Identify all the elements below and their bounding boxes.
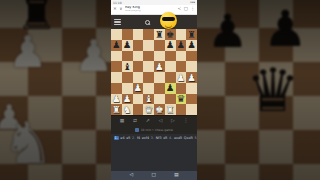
piece-black-pawn: ♟ (111, 40, 122, 51)
piece-white-pawn: ♟ (154, 61, 165, 72)
piece-white-rook: ♜ (111, 104, 122, 115)
square-h5[interactable] (186, 61, 197, 72)
square-f6[interactable] (165, 51, 176, 62)
piece-black-pawn: ♟ (186, 40, 197, 51)
square-e4[interactable] (154, 72, 165, 83)
square-a6[interactable] (111, 51, 122, 62)
move-token[interactable]: Qxd5 (184, 136, 193, 140)
chess-board[interactable]: ♜♚♜♟♟♟♟♟♝♟♟♟♟♟♟♟♝♛♜♞♛♚♜ (111, 29, 197, 115)
square-d7[interactable] (143, 40, 154, 51)
piece-white-pawn: ♟ (186, 72, 197, 83)
share-icon[interactable]: < (177, 7, 181, 12)
square-a2[interactable]: ♟ (111, 94, 122, 105)
square-c2[interactable] (133, 94, 144, 105)
phone-screen: 11:10 ▾▰▪ × ∨ Rey King Now playing < ▢ ⋮… (111, 0, 197, 180)
square-f2[interactable] (165, 94, 176, 105)
move-token[interactable]: Nf3 (156, 136, 162, 140)
emoji-smile (165, 24, 172, 28)
piece-white-queen: ♛ (143, 104, 154, 115)
piece-black-rook: ♜ (154, 29, 165, 40)
square-b8[interactable] (122, 29, 133, 40)
square-e2[interactable] (154, 94, 165, 105)
game-info-line: 10 min • chess game (111, 126, 197, 134)
piece-white-pawn: ♟ (176, 72, 187, 83)
search-icon[interactable] (145, 20, 150, 25)
square-c6[interactable] (133, 51, 144, 62)
square-g4[interactable]: ♟ (176, 72, 187, 83)
square-h3[interactable] (186, 83, 197, 94)
sunglasses-emoji-overlay (160, 12, 177, 29)
square-h6[interactable] (186, 51, 197, 62)
move-token[interactable]: 3. (151, 136, 154, 140)
piece-white-king: ♚ (154, 104, 165, 115)
square-h2[interactable] (186, 94, 197, 105)
square-a1[interactable]: ♜ (111, 104, 122, 115)
square-f3[interactable]: ♟ (165, 83, 176, 94)
board-toolbar-icon-2[interactable]: ↗ (146, 119, 150, 124)
square-f7[interactable]: ♟ (165, 40, 176, 51)
square-b2[interactable]: ♟ (122, 94, 133, 105)
square-e3[interactable] (154, 83, 165, 94)
status-icons: ▾▰▪ (190, 1, 195, 4)
square-e8[interactable]: ♜ (154, 29, 165, 40)
chevron-down-icon[interactable]: ∨ (119, 7, 122, 12)
background-left-strip: ♜♟♟♟♞ (0, 0, 111, 180)
square-d1[interactable]: ♛ (143, 104, 154, 115)
square-b4[interactable] (122, 72, 133, 83)
piece-black-rook: ♜ (186, 29, 197, 40)
overflow-menu-icon[interactable]: ⋮ (191, 7, 196, 12)
background-shade (197, 0, 320, 180)
move-token[interactable]: exd5 (174, 136, 182, 140)
square-f8[interactable]: ♚ (165, 29, 176, 40)
piece-white-pawn: ♟ (122, 94, 133, 105)
piece-white-bishop: ♝ (143, 94, 154, 105)
piece-black-pawn: ♟ (165, 83, 176, 94)
move-token[interactable]: f4 (137, 136, 140, 140)
piece-white-knight: ♞ (122, 104, 133, 115)
square-a4[interactable] (111, 72, 122, 83)
square-c4[interactable] (133, 72, 144, 83)
square-a3[interactable] (111, 83, 122, 94)
square-g1[interactable] (176, 104, 187, 115)
move-token[interactable]: 5. (194, 136, 197, 140)
square-e6[interactable] (154, 51, 165, 62)
square-f4[interactable] (165, 72, 176, 83)
square-h8[interactable]: ♜ (186, 29, 197, 40)
square-d8[interactable] (143, 29, 154, 40)
square-g5[interactable] (176, 61, 187, 72)
square-d2[interactable]: ♝ (143, 94, 154, 105)
background-right-strip: ♟♟♛ (197, 0, 320, 180)
square-b7[interactable]: ♟ (122, 40, 133, 51)
square-h7[interactable]: ♟ (186, 40, 197, 51)
move-token[interactable]: e5 (126, 136, 130, 140)
square-e5[interactable]: ♟ (154, 61, 165, 72)
hamburger-menu-icon[interactable] (114, 19, 121, 25)
square-d3[interactable] (143, 83, 154, 94)
piece-black-king: ♚ (165, 29, 176, 40)
move-token[interactable]: d5 (163, 136, 167, 140)
game-info-icon (135, 128, 139, 131)
square-g2[interactable]: ♛ (176, 94, 187, 105)
board-toolbar-icon-4[interactable]: ▷ (171, 119, 175, 124)
close-icon[interactable]: × (113, 7, 117, 12)
move-token[interactable]: exf4 (142, 136, 149, 140)
board-toolbar: ▦⇄↗◁▷⋮ (111, 115, 197, 126)
move-token[interactable]: 2. (132, 136, 135, 140)
piece-black-bishop: ♝ (122, 61, 133, 72)
square-c1[interactable] (133, 104, 144, 115)
square-b6[interactable] (122, 51, 133, 62)
square-b1[interactable]: ♞ (122, 104, 133, 115)
piece-white-rook: ♜ (165, 104, 176, 115)
status-time: 11:10 (113, 1, 122, 5)
board-toolbar-icon-1[interactable]: ⇄ (133, 119, 137, 124)
square-g6[interactable] (176, 51, 187, 62)
square-d6[interactable] (143, 51, 154, 62)
square-g3[interactable] (176, 83, 187, 94)
square-e7[interactable] (154, 40, 165, 51)
piece-black-pawn: ♟ (176, 40, 187, 51)
game-info-text: 10 min • chess game (141, 128, 173, 132)
square-c7[interactable] (133, 40, 144, 51)
square-f1[interactable]: ♜ (165, 104, 176, 115)
move-token[interactable]: e4 (120, 136, 124, 140)
square-a8[interactable] (111, 29, 122, 40)
square-b3[interactable] (122, 83, 133, 94)
home-icon[interactable]: □ (151, 173, 155, 178)
square-h1[interactable] (186, 104, 197, 115)
piece-black-queen: ♛ (176, 94, 187, 105)
move-token[interactable]: 1. (114, 136, 119, 140)
square-f5[interactable] (165, 61, 176, 72)
chess-app-navbar (111, 15, 197, 29)
background-shade (0, 0, 111, 180)
emoji-glasses (162, 17, 175, 21)
square-a5[interactable] (111, 61, 122, 72)
square-c3[interactable]: ♟ (133, 83, 144, 94)
video-toolbar: × ∨ Rey King Now playing < ▢ ⋮ (111, 5, 197, 15)
square-d5[interactable] (143, 61, 154, 72)
move-token[interactable]: 4. (169, 136, 172, 140)
square-e1[interactable]: ♚ (154, 104, 165, 115)
piece-black-pawn: ♟ (122, 40, 133, 51)
board-toolbar-icon-5[interactable]: ⋮ (183, 119, 188, 124)
back-icon[interactable]: ◁ (129, 173, 133, 178)
android-nav-bar: ◁ □ ▤ (111, 171, 197, 180)
move-list[interactable]: 1.e4e52.f4exf43.Nf3d54.exd5Qxd55.d4Nc66.… (111, 134, 197, 171)
square-a7[interactable]: ♟ (111, 40, 122, 51)
square-b5[interactable]: ♝ (122, 61, 133, 72)
square-h4[interactable]: ♟ (186, 72, 197, 83)
piece-black-pawn: ♟ (165, 40, 176, 51)
piece-white-pawn: ♟ (111, 94, 122, 105)
square-g7[interactable]: ♟ (176, 40, 187, 51)
square-c8[interactable] (133, 29, 144, 40)
window-icon[interactable]: ▢ (184, 7, 188, 12)
board-toolbar-icon-0[interactable]: ▦ (120, 119, 125, 124)
square-g8[interactable] (176, 29, 187, 40)
board-toolbar-icon-3[interactable]: ◁ (159, 119, 163, 124)
piece-white-pawn: ♟ (133, 83, 144, 94)
square-c5[interactable] (133, 61, 144, 72)
recents-icon[interactable]: ▤ (174, 173, 178, 178)
square-d4[interactable] (143, 72, 154, 83)
